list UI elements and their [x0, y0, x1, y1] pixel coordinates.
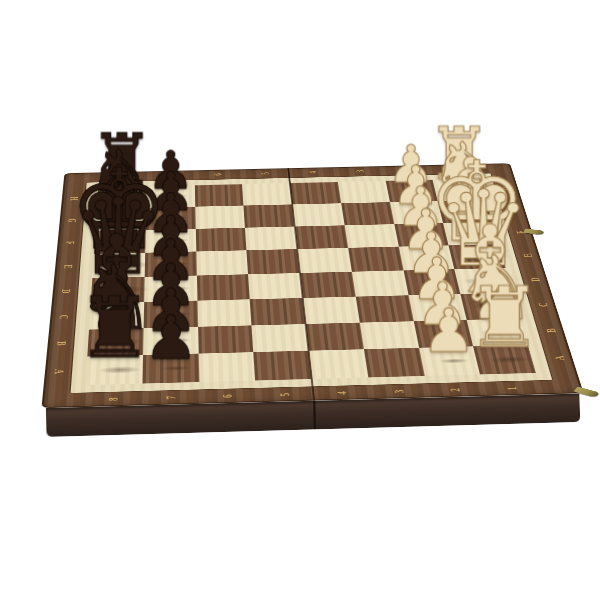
square-f3[interactable] — [344, 224, 398, 248]
square-g4[interactable] — [292, 203, 344, 226]
coord-rank-3-back: 3 — [353, 170, 367, 173]
square-e6[interactable] — [196, 250, 248, 275]
square-f5[interactable] — [245, 226, 297, 250]
coord-rank-7-back: 7 — [163, 174, 177, 177]
square-g3[interactable] — [341, 202, 394, 225]
square-h3[interactable] — [338, 181, 390, 203]
fold-seam-side — [313, 401, 316, 430]
square-e3[interactable] — [348, 247, 403, 272]
piece-white-rook-a1[interactable]: ♜ — [467, 276, 542, 360]
coord-rank-4-back: 4 — [305, 171, 319, 174]
chess-board: 8877665544332211HHGGFFEEDDCCBBAA ♜♞♝♛♚♝♞… — [41, 163, 583, 408]
piece-white-pawn-a2[interactable]: ♟ — [422, 301, 476, 361]
product-photo-scene: 8877665544332211HHGGFFEEDDCCBBAA ♜♞♝♛♚♝♞… — [0, 0, 600, 600]
coord-rank-6-back: 6 — [211, 173, 225, 176]
board-perspective-wrapper: 8877665544332211HHGGFFEEDDCCBBAA ♜♞♝♛♚♝♞… — [0, 0, 600, 600]
piece-black-rook-a8[interactable]: ♜ — [77, 286, 153, 370]
square-h5[interactable] — [242, 183, 292, 205]
square-f6[interactable] — [195, 227, 246, 251]
square-f4[interactable] — [295, 225, 348, 249]
square-g6[interactable] — [195, 205, 245, 228]
coord-rank-2-back: 2 — [400, 169, 414, 172]
square-g5[interactable] — [244, 204, 295, 227]
square-e4[interactable] — [297, 248, 351, 273]
coord-rank-5-back: 5 — [258, 172, 272, 175]
square-h6[interactable] — [194, 184, 243, 206]
square-e5[interactable] — [247, 249, 300, 274]
square-h4[interactable] — [290, 182, 341, 204]
